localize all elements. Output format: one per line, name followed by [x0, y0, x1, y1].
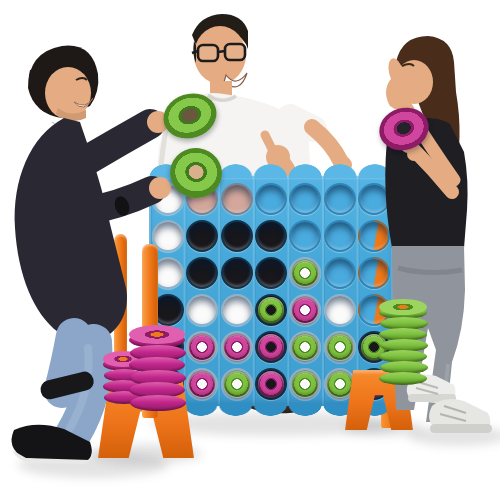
board-cell-r6c5 [288, 365, 322, 402]
green-disc [292, 260, 318, 286]
green-disc [327, 334, 353, 360]
left-hand-lower [149, 177, 171, 199]
board-cell-r4c5 [288, 291, 322, 328]
board-cell-r5c4 [254, 328, 288, 365]
board-cell-r2c4 [254, 217, 288, 254]
magenta-disc [258, 371, 284, 397]
board-hole [289, 294, 321, 326]
left-upper-arm [84, 124, 150, 162]
board-cell-r4c4 [254, 291, 288, 328]
middle-right-arm [312, 127, 341, 162]
board-hole [324, 183, 356, 215]
board-hole [289, 368, 321, 400]
board-cell-r3c5 [288, 254, 322, 291]
board-hole [255, 257, 287, 289]
board-hole [255, 183, 287, 215]
board-cell-r2c5 [288, 217, 322, 254]
green-disc [292, 334, 318, 360]
board-hole [289, 331, 321, 363]
board-hole [324, 331, 356, 363]
board-hole [289, 257, 321, 289]
board-hole [255, 220, 287, 252]
green-stacked-ring [379, 372, 427, 385]
board-cell-r5c5 [288, 328, 322, 365]
person-right-player [352, 28, 500, 468]
board-hole [255, 331, 287, 363]
middle-thumb [265, 135, 272, 149]
board-cell-r1c5 [288, 180, 322, 217]
board-hole [255, 294, 287, 326]
board-cell-r1c4 [254, 180, 288, 217]
magenta-disc [258, 334, 284, 360]
green-stack-top-ring [379, 299, 427, 315]
green-disc [258, 297, 284, 323]
board-hole [289, 183, 321, 215]
magenta-stack-top-ring [129, 325, 185, 344]
board-hole [324, 294, 356, 326]
green-disc [292, 371, 318, 397]
scene-giant-connect-four-photo: { "game": "connect-four", "product": "gi… [0, 0, 500, 500]
board-cell-r6c4 [254, 365, 288, 402]
right-sneaker-back [429, 399, 492, 433]
board-cell-r3c4 [254, 254, 288, 291]
magenta-stacked-ring [130, 395, 186, 411]
magenta-disc [292, 297, 318, 323]
board-hole [324, 257, 356, 289]
board-hole [289, 220, 321, 252]
board-hole [324, 220, 356, 252]
board-hole [255, 368, 287, 400]
green-disc [327, 371, 353, 397]
